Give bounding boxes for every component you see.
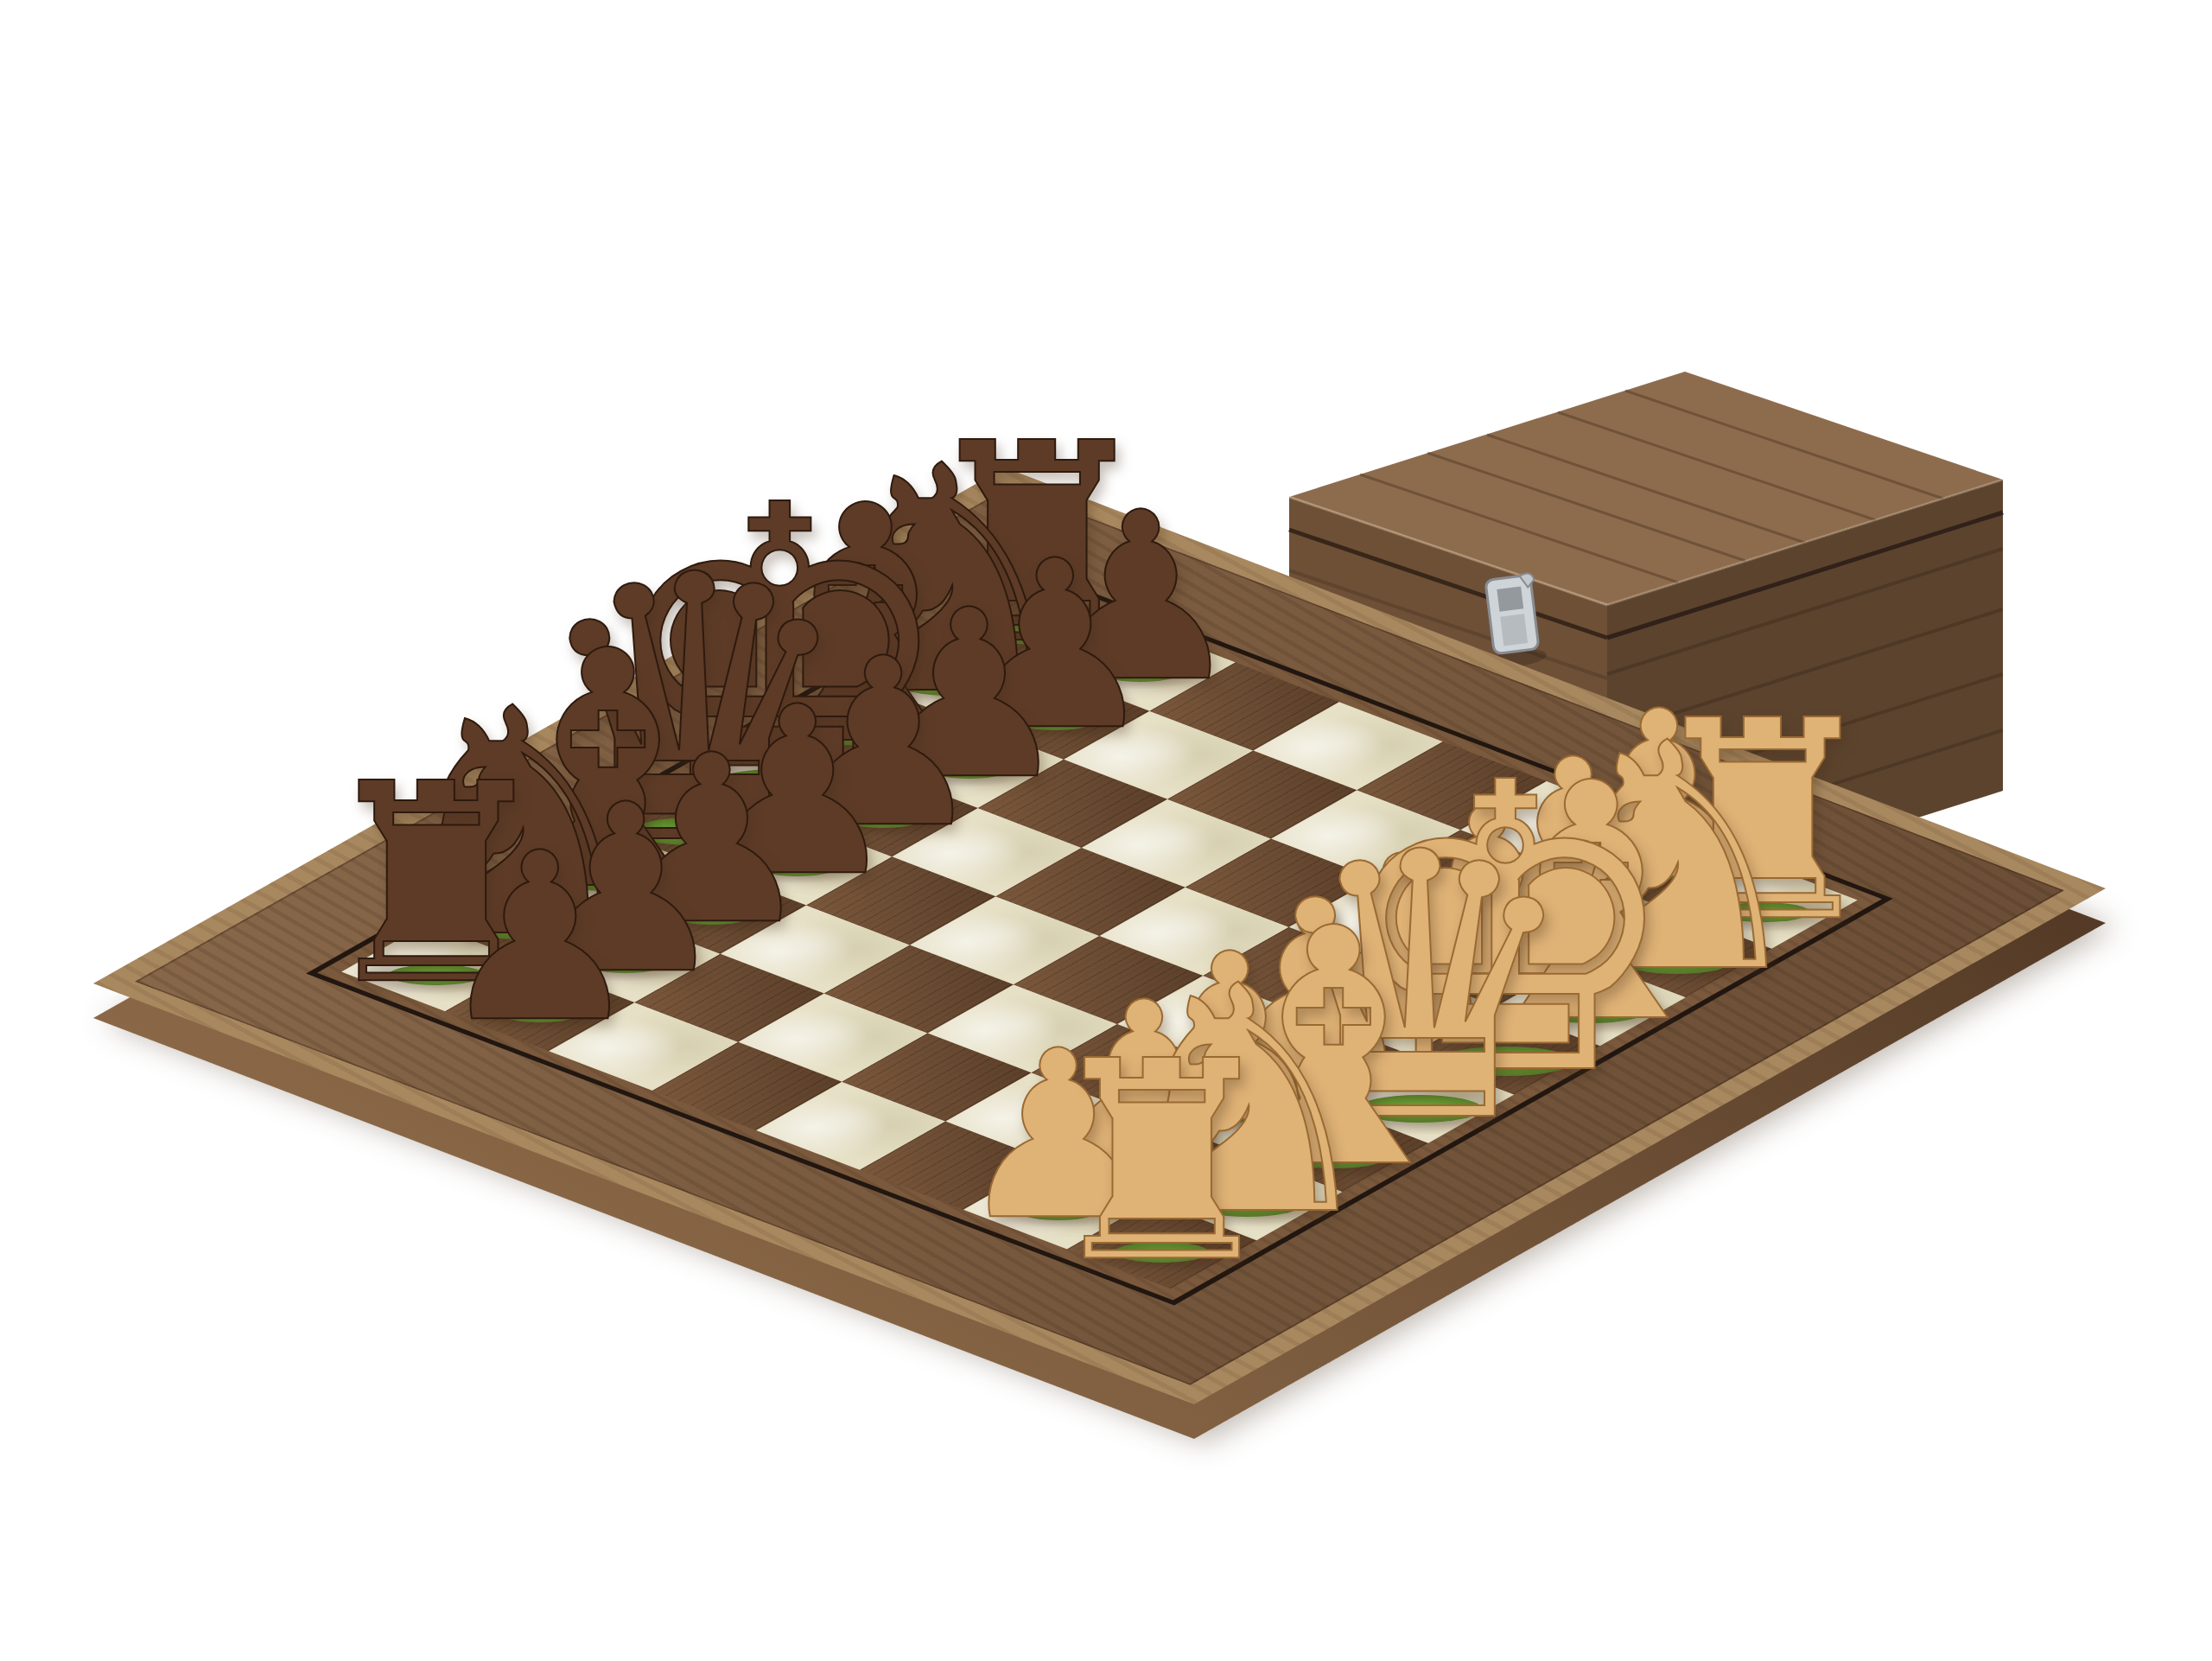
chess-set-photo-scene: rnbqkbnr/pppppppp/8/8/8/8/PPPPPPPP/RNBQK… [0, 0, 2212, 1661]
piece-black-pawn: ♟ [436, 822, 644, 1053]
pieces-layer: ♜♞♝♛♚♝♞♜♟♟♟♟♟♟♟♟♟♟♟♟♟♟♟♟♜♞♝♛♚♝♞♜ [0, 0, 2212, 1661]
black-pawn-glyph: ♟ [436, 822, 644, 1053]
white-rook-glyph: ♜ [1039, 1025, 1285, 1300]
piece-white-rook: ♜ [1039, 1025, 1285, 1300]
